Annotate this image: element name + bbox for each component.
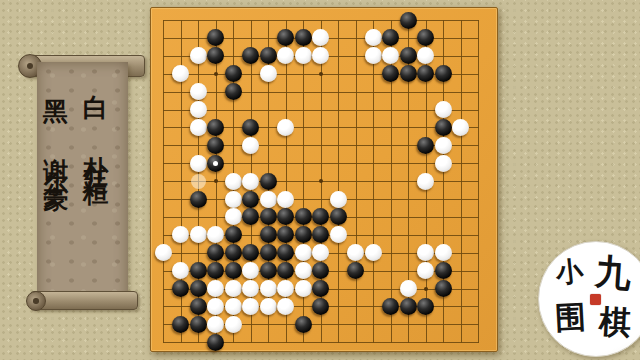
black-stone[interactable]: [190, 280, 207, 297]
white-stone[interactable]: [295, 47, 312, 64]
logo-char-1: 小: [555, 257, 585, 287]
black-stone[interactable]: [242, 47, 259, 64]
black-stone[interactable]: [382, 65, 399, 82]
grid-line: [373, 20, 374, 343]
white-stone[interactable]: [277, 191, 294, 208]
black-stone[interactable]: [312, 226, 329, 243]
logo-char-4: 棋: [598, 305, 632, 339]
white-stone[interactable]: [225, 316, 242, 333]
white-stone[interactable]: [190, 155, 207, 172]
grid-line: [461, 20, 462, 343]
white-stone[interactable]: [417, 262, 434, 279]
black-stone[interactable]: [435, 65, 452, 82]
white-stone[interactable]: [242, 262, 259, 279]
black-stone[interactable]: [330, 208, 347, 225]
grid-line: [163, 20, 164, 343]
black-stone[interactable]: [277, 29, 294, 46]
white-stone[interactable]: [417, 47, 434, 64]
white-color-label: 白: [83, 95, 108, 120]
black-stone[interactable]: [382, 29, 399, 46]
white-stone[interactable]: [312, 244, 329, 261]
black-player-name: 谢尔豪: [42, 139, 68, 178]
star-point: [214, 72, 218, 76]
black-stone[interactable]: [260, 226, 277, 243]
white-stone[interactable]: [277, 280, 294, 297]
black-stone[interactable]: [312, 280, 329, 297]
white-stone[interactable]: [172, 226, 189, 243]
black-stone[interactable]: [260, 262, 277, 279]
black-stone[interactable]: [225, 262, 242, 279]
star-point: [319, 72, 323, 76]
app-background: 白 朴廷桓 黑 谢尔豪 小 九 围 棋: [0, 0, 640, 360]
white-stone[interactable]: [312, 47, 329, 64]
white-stone[interactable]: [190, 226, 207, 243]
white-stone[interactable]: [277, 298, 294, 315]
black-stone[interactable]: [225, 83, 242, 100]
white-stone[interactable]: [260, 191, 277, 208]
white-stone[interactable]: [295, 280, 312, 297]
white-stone[interactable]: [295, 262, 312, 279]
white-stone[interactable]: [225, 280, 242, 297]
black-stone[interactable]: [312, 208, 329, 225]
white-stone[interactable]: [330, 226, 347, 243]
black-stone[interactable]: [190, 316, 207, 333]
black-stone[interactable]: [172, 316, 189, 333]
black-stone[interactable]: [277, 208, 294, 225]
black-stone[interactable]: [207, 119, 224, 136]
white-stone[interactable]: [225, 173, 242, 190]
black-stone[interactable]: [312, 298, 329, 315]
black-stone[interactable]: [295, 316, 312, 333]
white-stone[interactable]: [242, 298, 259, 315]
black-stone[interactable]: [400, 298, 417, 315]
ghost-stone-highlight: [191, 174, 206, 189]
black-stone[interactable]: [225, 244, 242, 261]
logo-char-3: 围: [554, 301, 587, 334]
white-stone[interactable]: [417, 244, 434, 261]
white-stone[interactable]: [382, 47, 399, 64]
black-stone[interactable]: [242, 119, 259, 136]
black-stone[interactable]: [190, 298, 207, 315]
black-stone[interactable]: [190, 191, 207, 208]
star-point: [319, 179, 323, 183]
black-stone[interactable]: [435, 280, 452, 297]
white-player-name: 朴廷桓: [82, 135, 108, 174]
black-stone[interactable]: [207, 155, 224, 172]
black-stone[interactable]: [207, 334, 224, 351]
white-stone[interactable]: [260, 65, 277, 82]
black-stone[interactable]: [207, 137, 224, 154]
white-stone[interactable]: [207, 316, 224, 333]
black-stone[interactable]: [295, 29, 312, 46]
black-stone[interactable]: [172, 280, 189, 297]
white-stone[interactable]: [242, 280, 259, 297]
black-stone[interactable]: [260, 244, 277, 261]
white-player-column: 白 朴廷桓: [82, 95, 108, 174]
white-stone[interactable]: [330, 191, 347, 208]
black-stone[interactable]: [400, 65, 417, 82]
grid-line: [338, 20, 339, 343]
white-stone[interactable]: [190, 101, 207, 118]
black-stone[interactable]: [277, 262, 294, 279]
white-stone[interactable]: [260, 280, 277, 297]
black-stone[interactable]: [400, 12, 417, 29]
white-stone[interactable]: [190, 83, 207, 100]
star-point: [214, 179, 218, 183]
white-stone[interactable]: [400, 280, 417, 297]
black-stone[interactable]: [207, 262, 224, 279]
white-stone[interactable]: [417, 173, 434, 190]
black-stone[interactable]: [295, 226, 312, 243]
black-stone[interactable]: [207, 47, 224, 64]
white-stone[interactable]: [207, 298, 224, 315]
black-stone[interactable]: [242, 191, 259, 208]
black-stone[interactable]: [225, 226, 242, 243]
scroll-bottom-roller: [30, 291, 138, 310]
black-stone[interactable]: [242, 208, 259, 225]
white-stone[interactable]: [295, 244, 312, 261]
scroll-roller-end-icon: [26, 291, 46, 311]
white-stone[interactable]: [260, 298, 277, 315]
black-stone[interactable]: [260, 208, 277, 225]
black-stone[interactable]: [435, 262, 452, 279]
black-stone[interactable]: [417, 65, 434, 82]
white-stone[interactable]: [172, 262, 189, 279]
grid-line: [356, 20, 357, 343]
black-stone[interactable]: [277, 226, 294, 243]
white-stone[interactable]: [277, 47, 294, 64]
white-stone[interactable]: [365, 244, 382, 261]
grid-line: [478, 20, 479, 343]
white-stone[interactable]: [207, 280, 224, 297]
white-stone[interactable]: [225, 298, 242, 315]
black-stone[interactable]: [400, 47, 417, 64]
go-board[interactable]: [150, 7, 498, 352]
black-stone[interactable]: [382, 298, 399, 315]
black-stone[interactable]: [190, 262, 207, 279]
white-stone[interactable]: [242, 173, 259, 190]
last-move-marker: [213, 161, 218, 166]
white-stone[interactable]: [172, 65, 189, 82]
white-stone[interactable]: [207, 226, 224, 243]
white-stone[interactable]: [452, 119, 469, 136]
black-stone[interactable]: [312, 262, 329, 279]
white-stone[interactable]: [225, 208, 242, 225]
white-stone[interactable]: [225, 191, 242, 208]
white-stone[interactable]: [312, 29, 329, 46]
white-stone[interactable]: [347, 244, 364, 261]
white-stone[interactable]: [242, 137, 259, 154]
star-point: [424, 287, 428, 291]
white-stone[interactable]: [435, 244, 452, 261]
black-color-label: 黑: [43, 99, 68, 124]
black-stone[interactable]: [295, 208, 312, 225]
white-stone[interactable]: [365, 29, 382, 46]
white-stone[interactable]: [435, 101, 452, 118]
black-stone[interactable]: [260, 47, 277, 64]
white-stone[interactable]: [435, 155, 452, 172]
black-stone[interactable]: [207, 29, 224, 46]
black-stone[interactable]: [242, 244, 259, 261]
black-stone[interactable]: [260, 173, 277, 190]
black-stone[interactable]: [225, 65, 242, 82]
player-scroll: 白 朴廷桓 黑 谢尔豪: [0, 0, 150, 360]
black-stone[interactable]: [435, 119, 452, 136]
white-stone[interactable]: [365, 47, 382, 64]
logo-char-2: 九: [594, 253, 632, 291]
black-player-column: 黑 谢尔豪: [42, 99, 68, 178]
black-stone[interactable]: [277, 244, 294, 261]
white-stone[interactable]: [190, 119, 207, 136]
white-stone[interactable]: [435, 137, 452, 154]
white-stone[interactable]: [277, 119, 294, 136]
black-stone[interactable]: [417, 29, 434, 46]
black-stone[interactable]: [347, 262, 364, 279]
white-stone[interactable]: [190, 47, 207, 64]
black-stone[interactable]: [417, 137, 434, 154]
black-stone[interactable]: [417, 298, 434, 315]
white-stone[interactable]: [155, 244, 172, 261]
black-stone[interactable]: [207, 244, 224, 261]
logo-red-seal-icon: [590, 294, 601, 305]
channel-logo: 小 九 围 棋: [538, 241, 640, 357]
